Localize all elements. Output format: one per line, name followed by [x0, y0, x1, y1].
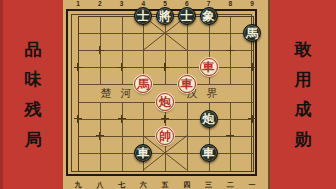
piece-black-elephant[interactable]: 象 — [200, 7, 218, 25]
file-label-top: 3 — [120, 1, 124, 8]
file-label-bottom: 四 — [183, 181, 190, 188]
point-marker — [118, 115, 126, 123]
file-label-bottom: 八 — [96, 181, 103, 188]
point-marker — [96, 132, 104, 140]
point-marker — [118, 63, 126, 71]
piece-black-chariot[interactable]: 車 — [134, 144, 152, 162]
piece-black-cannon[interactable]: 炮 — [200, 110, 218, 128]
point-marker — [226, 46, 234, 54]
banner-character: 品 — [25, 41, 42, 58]
banner-character: 敢 — [295, 41, 312, 58]
piece-black-horse[interactable]: 馬 — [243, 24, 261, 42]
banner-character: 味 — [25, 71, 42, 88]
file-label-top: 2 — [98, 1, 102, 8]
file-label-bottom: 一 — [249, 181, 256, 188]
banner-character: 局 — [25, 131, 42, 148]
point-marker — [74, 63, 82, 71]
file-label-bottom: 五 — [162, 181, 169, 188]
piece-red-chariot[interactable]: 車 — [200, 58, 218, 76]
point-marker — [74, 115, 82, 123]
point-marker — [226, 132, 234, 140]
file-label-top: 9 — [250, 1, 254, 8]
point-marker — [248, 115, 256, 123]
right-banner: 敢用成勋 — [268, 0, 336, 189]
file-label-top: 1 — [76, 1, 80, 8]
file-label-bottom: 二 — [227, 181, 234, 188]
banner-character: 用 — [295, 71, 312, 88]
piece-black-advisor[interactable]: 士 — [178, 7, 196, 25]
banner-character: 残 — [25, 101, 42, 118]
file-label-bottom: 九 — [75, 181, 82, 188]
piece-red-cannon[interactable]: 炮 — [156, 93, 174, 111]
point-marker — [161, 115, 169, 123]
board-area: 楚河 汉界 123456789九八七六五四三二一士將士象馬車馬車炮炮帥車車 — [63, 0, 268, 189]
point-marker — [161, 63, 169, 71]
banner-character: 成 — [295, 101, 312, 118]
piece-black-general[interactable]: 將 — [156, 7, 174, 25]
file-label-top: 8 — [228, 1, 232, 8]
file-label-bottom: 六 — [140, 181, 147, 188]
screenshot-root: 品味残局 楚河 汉界 123456789九八七六五四三二一士將士象馬車馬車炮炮帥… — [0, 0, 336, 189]
file-label-bottom: 七 — [118, 181, 125, 188]
point-marker — [96, 46, 104, 54]
file-label-bottom: 三 — [205, 181, 212, 188]
piece-red-general[interactable]: 帥 — [156, 127, 174, 145]
piece-black-chariot[interactable]: 車 — [200, 144, 218, 162]
point-marker — [248, 63, 256, 71]
left-banner: 品味残局 — [0, 0, 63, 189]
banner-character: 勋 — [295, 131, 312, 148]
